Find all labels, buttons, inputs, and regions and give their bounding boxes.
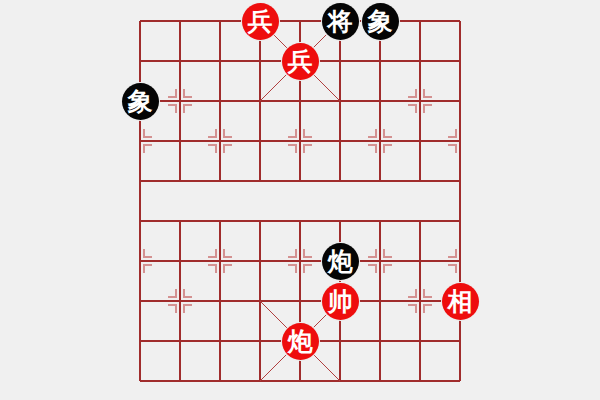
pieces-layer: 兵将象兵象炮帅相炮 — [120, 1, 480, 400]
black-general-piece[interactable]: 将 — [322, 3, 359, 40]
red-elephant-piece[interactable]: 相 — [442, 283, 479, 320]
black-elephant-2-piece[interactable]: 象 — [122, 83, 159, 120]
red-general-piece[interactable]: 帅 — [322, 283, 359, 320]
black-elephant-1-piece[interactable]: 象 — [362, 3, 399, 40]
red-soldier-1-piece[interactable]: 兵 — [242, 3, 279, 40]
red-soldier-2-piece[interactable]: 兵 — [282, 43, 319, 80]
black-cannon-piece[interactable]: 炮 — [322, 243, 359, 280]
red-cannon-piece[interactable]: 炮 — [282, 323, 319, 360]
xiangqi-app: 兵将象兵象炮帅相炮 — [0, 0, 600, 400]
